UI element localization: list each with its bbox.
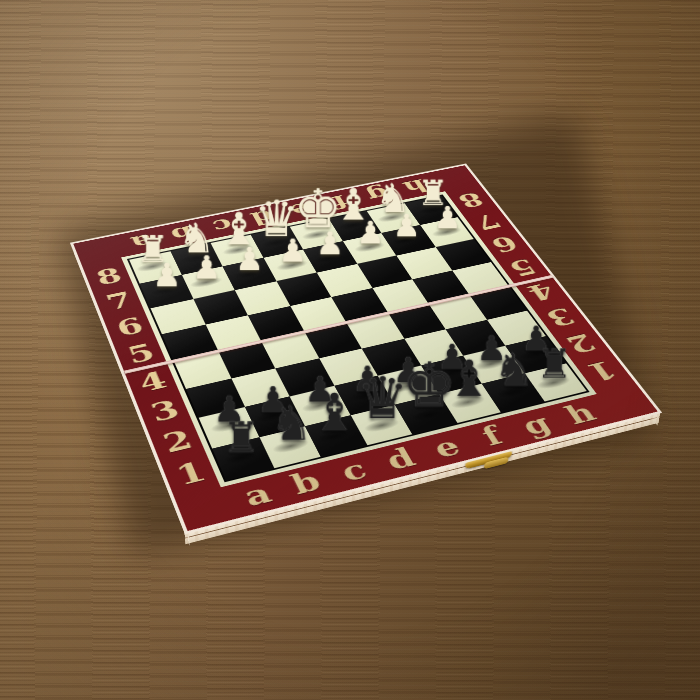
piece-black-rook-a1[interactable]: ♜ xyxy=(208,416,275,458)
photo-scene: ♜♞♝♛♚♝♞♜♟♟♟♟♟♟♟♟♟♟♟♟♟♟♟♟♜♞♝♛♚♝♞♜ abcdefg… xyxy=(0,0,700,700)
square-a6[interactable] xyxy=(150,299,205,334)
piece-white-pawn-a7[interactable]: ♟ xyxy=(138,259,197,291)
